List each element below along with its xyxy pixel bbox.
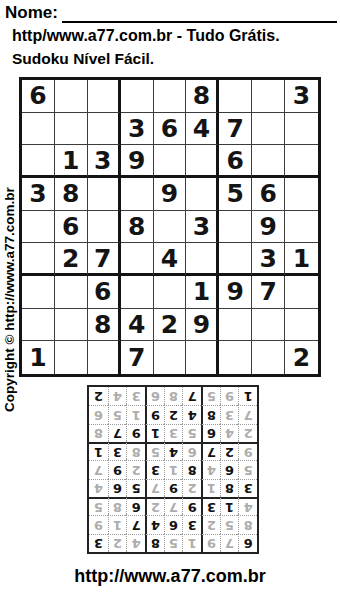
puzzle-cell	[22, 276, 55, 309]
puzzle-cell: 7	[219, 113, 252, 146]
puzzle-cell: 3	[22, 178, 55, 211]
puzzle-cell	[252, 309, 285, 342]
puzzle-cell: 1	[55, 145, 88, 178]
solution-cell: 8	[164, 387, 183, 405]
solution-cell: 6	[145, 387, 164, 405]
solution-cell: 6	[182, 442, 201, 460]
puzzle-cell	[154, 341, 187, 374]
puzzle-cell	[285, 178, 318, 211]
solution-cell: 5	[182, 424, 201, 442]
puzzle-cell: 6	[252, 178, 285, 211]
puzzle-cell	[55, 276, 88, 309]
puzzle-cell: 7	[88, 243, 121, 276]
site-title: http/www.a77.com.br - Tudo Grátis.	[12, 27, 280, 45]
solution-cell: 3	[108, 442, 127, 460]
puzzle-cell	[154, 145, 187, 178]
solution-cell: 5	[220, 515, 239, 533]
puzzle-cell: 7	[121, 341, 154, 374]
puzzle-cell: 9	[121, 145, 154, 178]
puzzle-cell: 7	[252, 276, 285, 309]
solution-cell: 3	[201, 497, 220, 515]
puzzle-cell: 6	[55, 211, 88, 244]
puzzle-cell	[186, 178, 219, 211]
solution-cell: 6	[126, 497, 145, 515]
solution-cell: 8	[220, 479, 239, 497]
puzzle-cell: 3	[88, 145, 121, 178]
puzzle-cell	[121, 243, 154, 276]
footer-url: http://www.a77.com.br	[0, 566, 340, 587]
puzzle-cell	[186, 243, 219, 276]
puzzle-cell	[285, 145, 318, 178]
puzzle-cell: 5	[219, 178, 252, 211]
puzzle-cell	[186, 145, 219, 178]
puzzle-cell	[252, 80, 285, 113]
puzzle-cell	[88, 211, 121, 244]
solution-cell: 5	[238, 460, 257, 478]
solution-cell: 3	[145, 460, 164, 478]
puzzle-cell: 3	[186, 211, 219, 244]
solution-cell: 7	[126, 515, 145, 533]
puzzle-cell: 3	[252, 243, 285, 276]
puzzle-cell	[121, 80, 154, 113]
puzzle-cell	[22, 211, 55, 244]
solution-cell: 4	[164, 442, 183, 460]
sudoku-print-page: Nome: http/www.a77.com.br - Tudo Grátis.…	[0, 0, 340, 596]
puzzle-cell: 2	[285, 341, 318, 374]
puzzle-cell: 9	[219, 276, 252, 309]
solution-cell: 2	[89, 387, 108, 405]
solution-cell: 6	[164, 515, 183, 533]
solution-cell: 7	[220, 534, 239, 552]
puzzle-cell	[154, 276, 187, 309]
solution-cell: 4	[220, 424, 239, 442]
puzzle-cell	[22, 145, 55, 178]
solution-cell: 2	[126, 460, 145, 478]
solution-cell: 5	[201, 387, 220, 405]
puzzle-cell: 4	[186, 113, 219, 146]
solution-cell: 9	[145, 405, 164, 423]
solution-cell: 9	[126, 424, 145, 442]
solution-cell: 7	[201, 442, 220, 460]
solution-cell: 4	[126, 534, 145, 552]
puzzle-cell	[186, 341, 219, 374]
puzzle-cell: 9	[186, 309, 219, 342]
solution-cell: 2	[201, 515, 220, 533]
solution-cell: 4	[145, 515, 164, 533]
solution-cell: 4	[89, 479, 108, 497]
puzzle-cell: 4	[154, 243, 187, 276]
solution-cell: 1	[164, 460, 183, 478]
solution-cell: 5	[108, 405, 127, 423]
solution-cell: 7	[108, 424, 127, 442]
solution-cell: 8	[238, 515, 257, 533]
solution-cell: 3	[238, 479, 257, 497]
puzzle-cell	[219, 309, 252, 342]
puzzle-cell	[88, 178, 121, 211]
solution-cell: 8	[145, 534, 164, 552]
solution-cell: 2	[108, 534, 127, 552]
solution-cell: 4	[238, 497, 257, 515]
solution-cell: 2	[145, 497, 164, 515]
puzzle-cell: 3	[121, 113, 154, 146]
puzzle-cell: 8	[88, 309, 121, 342]
name-blank-line	[62, 1, 337, 23]
solution-cell: 6	[201, 424, 220, 442]
solution-cell: 2	[238, 424, 257, 442]
puzzle-cell	[88, 80, 121, 113]
puzzle-cell: 6	[88, 276, 121, 309]
puzzle-grid: 683364713963895668392743161978429172	[19, 77, 321, 377]
puzzle-cell	[55, 309, 88, 342]
solution-cell: 3	[126, 387, 145, 405]
solution-cell: 1	[126, 405, 145, 423]
solution-cell: 9	[201, 534, 220, 552]
solution-cell: 8	[108, 497, 127, 515]
solution-cell: 8	[126, 442, 145, 460]
name-label: Nome:	[5, 3, 58, 23]
solution-cell: 6	[220, 460, 239, 478]
puzzle-cell	[219, 211, 252, 244]
solution-cell: 3	[220, 405, 239, 423]
puzzle-cell: 6	[219, 145, 252, 178]
puzzle-cell: 3	[285, 80, 318, 113]
puzzle-cell	[88, 341, 121, 374]
solution-cell: 5	[89, 497, 108, 515]
solution-cell: 6	[238, 534, 257, 552]
puzzle-cell	[88, 113, 121, 146]
solution-cell: 6	[108, 479, 127, 497]
puzzle-cell: 2	[154, 309, 187, 342]
solution-cell: 1	[108, 515, 127, 533]
solution-cell: 5	[145, 442, 164, 460]
solution-cell: 9	[164, 479, 183, 497]
puzzle-cell	[154, 80, 187, 113]
puzzle-cell	[252, 113, 285, 146]
puzzle-cell: 6	[22, 80, 55, 113]
solution-cell: 5	[126, 479, 145, 497]
puzzle-cell	[121, 276, 154, 309]
puzzle-cell	[22, 243, 55, 276]
solution-cell: 7	[238, 405, 257, 423]
solution-cell: 1	[89, 442, 108, 460]
solution-cell: 1	[182, 534, 201, 552]
puzzle-cell: 1	[22, 341, 55, 374]
puzzle-cell: 6	[154, 113, 187, 146]
solution-cell: 1	[238, 387, 257, 405]
solution-cell: 4	[182, 405, 201, 423]
solution-cell: 1	[201, 479, 220, 497]
solution-cell: 5	[164, 534, 183, 552]
puzzle-cell	[55, 341, 88, 374]
puzzle-cell: 8	[121, 211, 154, 244]
solution-cell: 8	[89, 424, 108, 442]
solution-cell: 3	[164, 424, 183, 442]
puzzle-cell	[285, 276, 318, 309]
puzzle-cell	[121, 178, 154, 211]
solution-cell: 4	[108, 387, 127, 405]
solution-cell: 3	[182, 515, 201, 533]
puzzle-cell	[285, 309, 318, 342]
solution-grid-upside-down: 6791584238523647194139726853812975645648…	[87, 385, 259, 554]
solution-cell: 9	[89, 515, 108, 533]
puzzle-cell	[55, 113, 88, 146]
puzzle-cell: 2	[55, 243, 88, 276]
puzzle-cell: 1	[186, 276, 219, 309]
solution-cell: 1	[220, 497, 239, 515]
solution-cell: 7	[164, 497, 183, 515]
puzzle-cell	[252, 341, 285, 374]
solution-cell: 8	[182, 460, 201, 478]
puzzle-cell: 1	[285, 243, 318, 276]
solution-cell: 8	[201, 405, 220, 423]
puzzle-cell	[219, 243, 252, 276]
solution-cell: 9	[220, 387, 239, 405]
solution-cell: 9	[182, 497, 201, 515]
solution-cell: 2	[164, 405, 183, 423]
solution-cell: 7	[145, 479, 164, 497]
puzzle-cell	[22, 113, 55, 146]
solution-cell: 3	[89, 534, 108, 552]
solution-cell: 7	[182, 387, 201, 405]
puzzle-cell: 8	[186, 80, 219, 113]
puzzle-cell: 9	[154, 178, 187, 211]
puzzle-cell: 9	[252, 211, 285, 244]
puzzle-cell	[22, 309, 55, 342]
puzzle-cell	[285, 113, 318, 146]
solution-cell: 9	[108, 460, 127, 478]
solution-cell: 7	[89, 460, 108, 478]
puzzle-cell	[154, 211, 187, 244]
puzzle-cell	[219, 80, 252, 113]
puzzle-level-title: Sudoku Nível Fácil.	[12, 50, 154, 68]
puzzle-cell: 8	[55, 178, 88, 211]
solution-cell: 2	[182, 479, 201, 497]
solution-cell: 1	[145, 424, 164, 442]
solution-cell: 6	[89, 405, 108, 423]
puzzle-cell	[252, 145, 285, 178]
solution-cell: 9	[238, 442, 257, 460]
puzzle-cell	[219, 341, 252, 374]
puzzle-cell: 4	[121, 309, 154, 342]
solution-cell: 4	[201, 460, 220, 478]
copyright-vertical-text: Copyright © http://www.a77.com.br	[2, 187, 17, 412]
puzzle-cell	[55, 80, 88, 113]
puzzle-cell	[285, 211, 318, 244]
solution-cell: 2	[220, 442, 239, 460]
